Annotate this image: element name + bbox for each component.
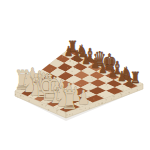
rim-speckle xyxy=(122,92,123,93)
chess-board: ♜♞♝♛♚♝♞♜♟♟♟♟♟♟♟♟♟♟♟♟♟♟♟♟♜♞♝♛♚♝♞♜ xyxy=(0,0,150,150)
piece-black-pawn-h7: ♟ xyxy=(125,73,134,89)
square-speckle xyxy=(82,70,83,71)
square-vein xyxy=(93,98,94,99)
square-speckle xyxy=(83,70,84,71)
product-photo-marble-chess-set[interactable]: ♜♞♝♛♚♝♞♜♟♟♟♟♟♟♟♟♟♟♟♟♟♟♟♟♜♞♝♛♚♝♞♜ xyxy=(0,0,150,150)
rim-speckle xyxy=(98,103,99,104)
rim-speckle xyxy=(113,96,114,97)
square-vein xyxy=(75,66,76,67)
rim-speckle xyxy=(121,96,122,97)
square-speckle xyxy=(91,76,92,77)
rim-speckle xyxy=(105,102,106,103)
piece-white-pawn-h2: ♟ xyxy=(77,85,90,108)
square-vein xyxy=(67,67,68,68)
rim-speckle xyxy=(105,99,106,100)
square-speckle xyxy=(95,87,96,88)
square-speckle xyxy=(111,93,112,94)
square-speckle xyxy=(105,86,106,87)
rim-speckle xyxy=(79,109,80,110)
square-speckle xyxy=(107,86,108,87)
piece-black-pawn-e7: ♟ xyxy=(99,60,108,76)
rim-speckle xyxy=(17,97,18,98)
square-speckle xyxy=(97,94,98,95)
square-speckle xyxy=(62,54,63,55)
rim-speckle xyxy=(66,114,67,115)
square-speckle xyxy=(94,87,95,88)
rim-speckle xyxy=(57,113,58,114)
rim-speckle xyxy=(98,103,99,104)
square-speckle xyxy=(73,74,74,75)
rim-speckle xyxy=(118,96,119,97)
rim-speckle xyxy=(111,99,112,100)
square-speckle xyxy=(122,86,123,87)
square-speckle xyxy=(74,68,75,69)
rim-speckle xyxy=(120,93,122,95)
square-speckle xyxy=(92,79,93,80)
square-vein xyxy=(93,88,94,89)
square-speckle xyxy=(99,95,100,96)
square-speckle xyxy=(103,96,104,97)
square-speckle xyxy=(59,60,60,61)
square-speckle xyxy=(89,72,90,73)
square-speckle xyxy=(63,62,64,63)
square-vein xyxy=(96,74,97,75)
rim-speckle xyxy=(95,104,96,105)
rim-speckle xyxy=(106,99,107,100)
piece-black-pawn-a7: ♟ xyxy=(64,43,73,59)
square-vein xyxy=(79,72,80,73)
rim-speckle xyxy=(121,96,122,97)
rim-speckle xyxy=(111,98,112,99)
piece-black-pawn-f7: ♟ xyxy=(108,64,117,80)
rim-speckle xyxy=(114,96,115,97)
rim-speckle xyxy=(114,99,115,100)
rim-speckle xyxy=(128,92,130,94)
square-speckle xyxy=(117,86,118,87)
rim-speckle xyxy=(126,93,127,94)
rim-speckle xyxy=(85,108,86,109)
rim-speckle xyxy=(101,103,102,104)
square-vein xyxy=(62,56,64,58)
rim-speckle xyxy=(81,109,82,110)
square-speckle xyxy=(122,90,123,91)
square-speckle xyxy=(107,82,108,83)
square-speckle xyxy=(106,84,107,85)
rim-speckle xyxy=(137,89,138,90)
piece-white-rook-h1: ♜ xyxy=(61,84,78,114)
square-speckle xyxy=(71,76,72,77)
square-speckle xyxy=(71,71,72,72)
square-vein xyxy=(64,72,66,74)
square-speckle xyxy=(105,81,106,82)
square-speckle xyxy=(69,61,70,62)
rim-speckle xyxy=(102,100,103,101)
rim-speckle xyxy=(121,94,122,95)
rim-speckle xyxy=(83,110,84,111)
piece-black-pawn-c7: ♟ xyxy=(82,51,91,67)
square-speckle xyxy=(90,84,91,85)
piece-black-pawn-b7: ♟ xyxy=(73,47,82,63)
